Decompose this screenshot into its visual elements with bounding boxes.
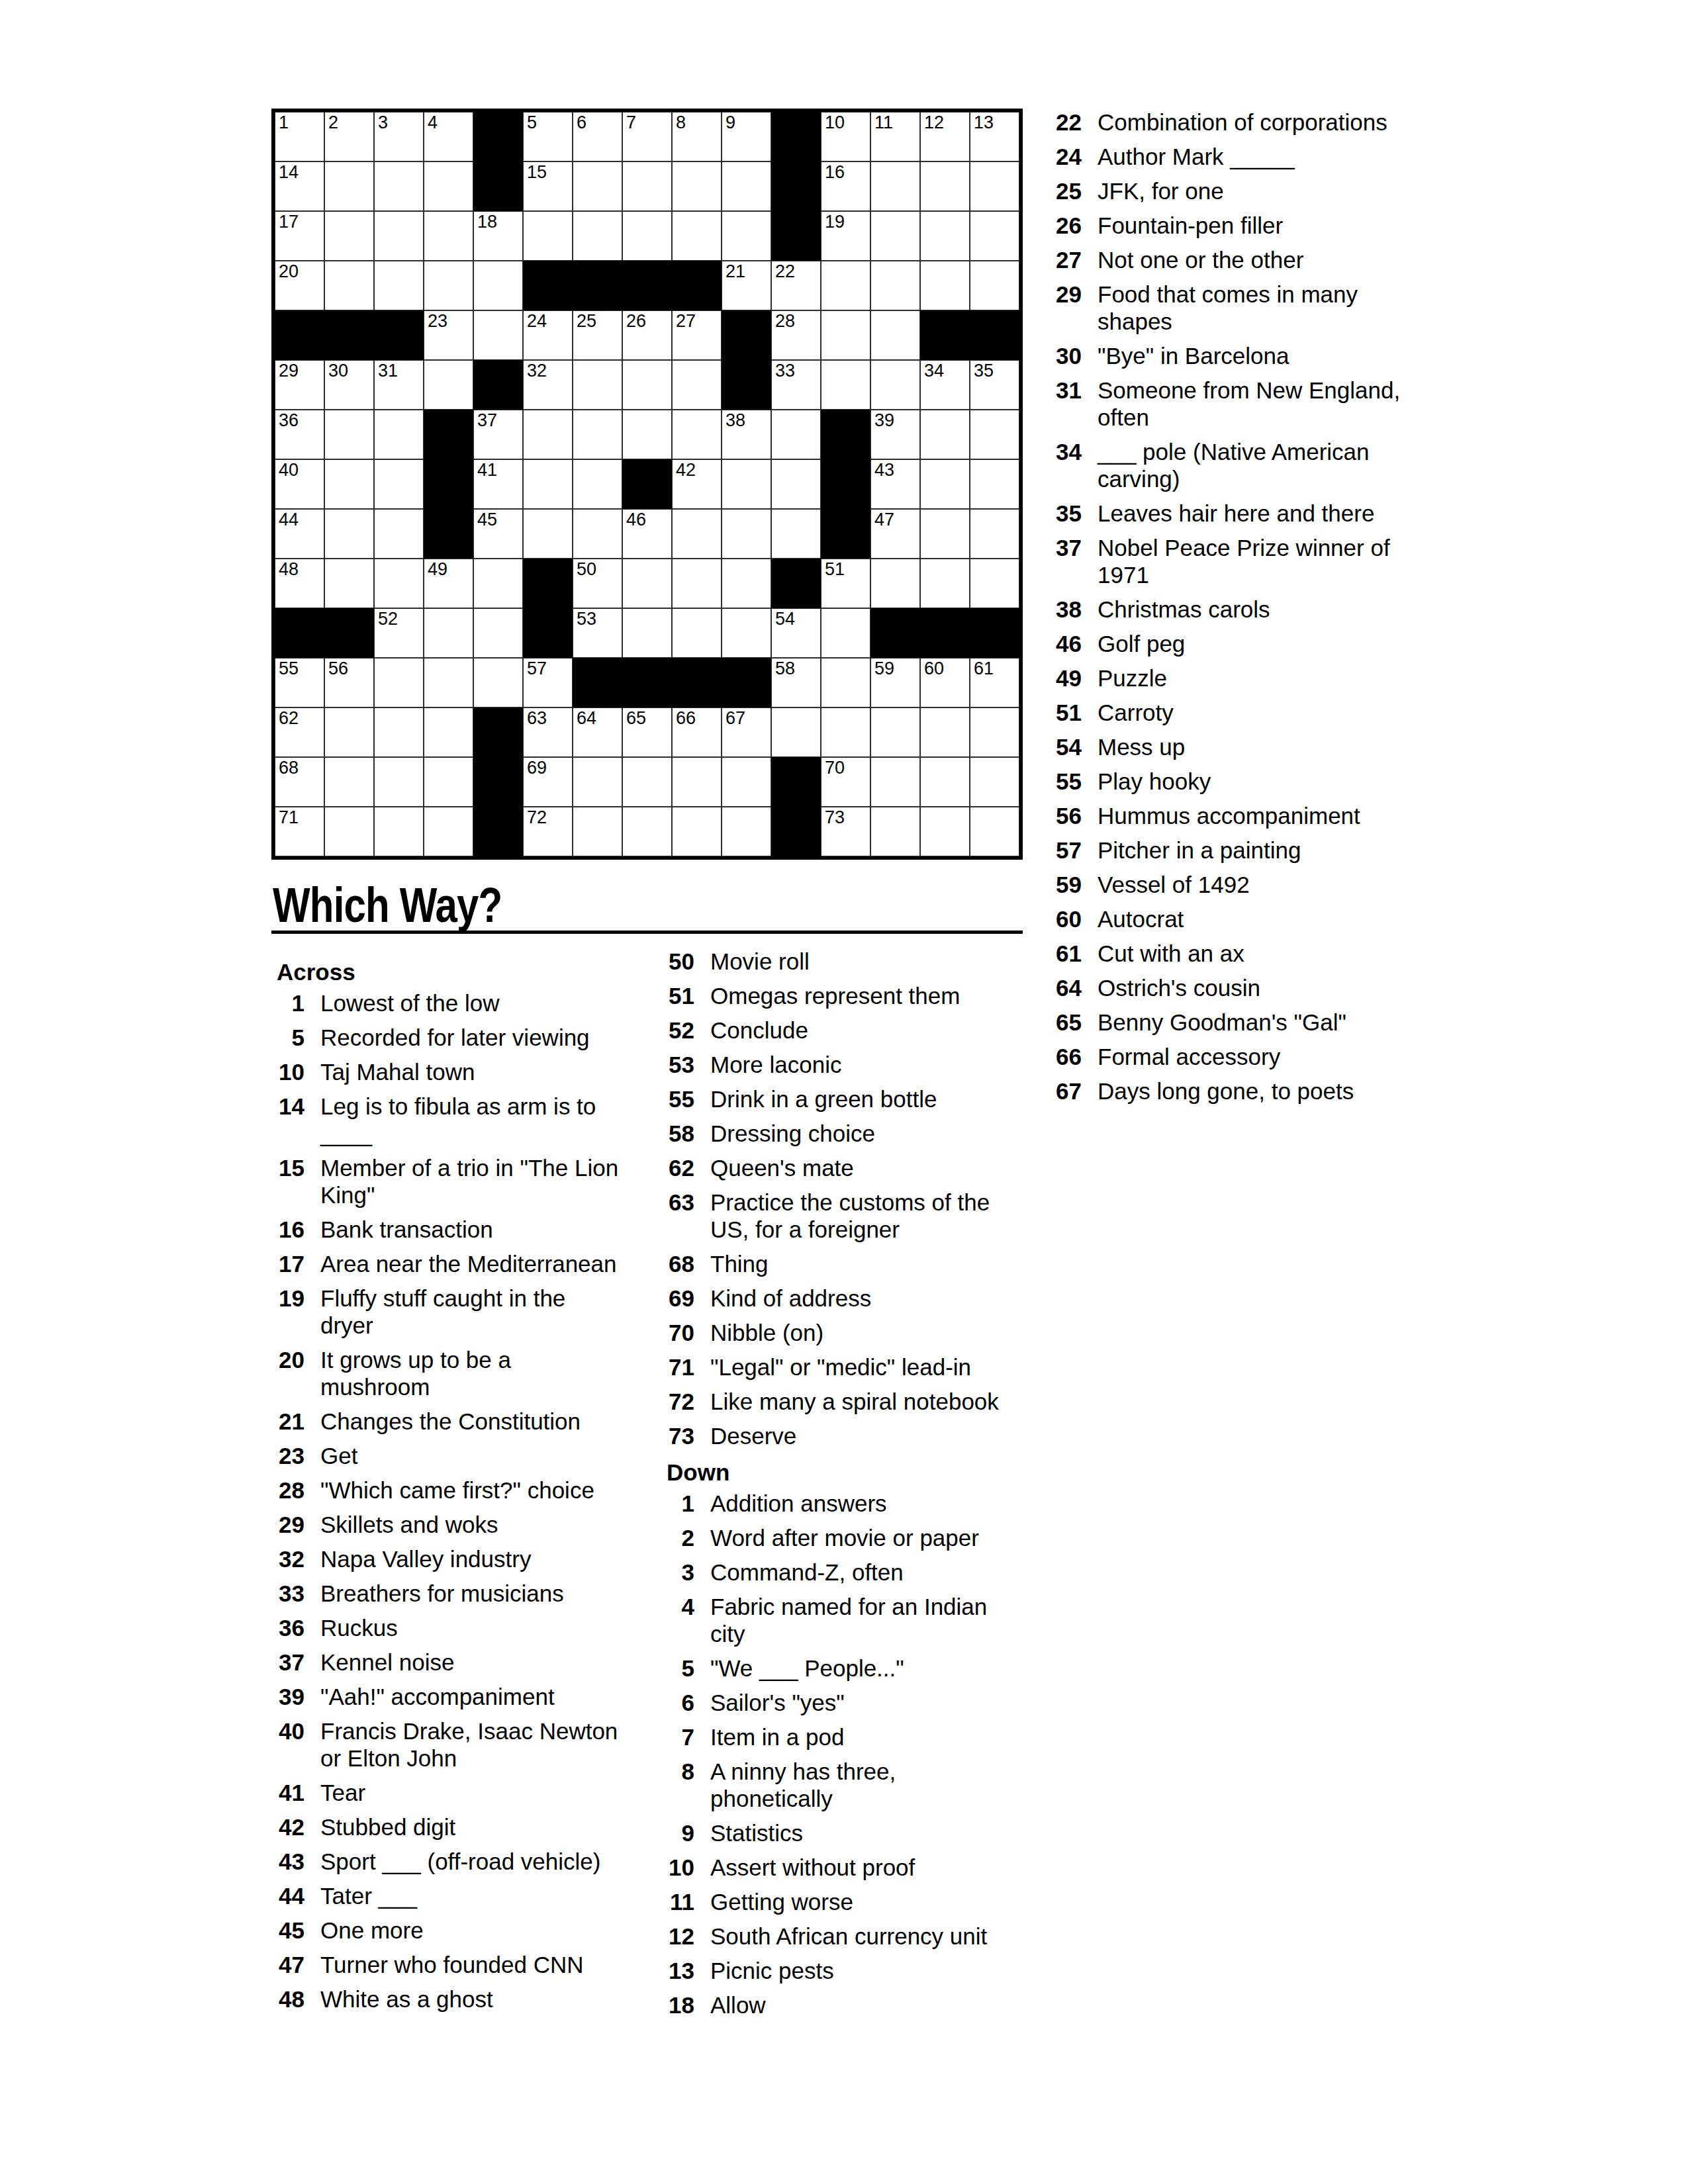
grid-cell-r6c14[interactable]: 34 [920, 360, 970, 410]
clue-text: Drink in a green bottle [710, 1085, 937, 1113]
black-cell-r12c8 [622, 658, 672, 707]
grid-cell-r13c7[interactable]: 64 [573, 707, 622, 757]
cell-number: 39 [874, 412, 894, 430]
grid-cell-r6c2[interactable]: 30 [324, 360, 374, 410]
grid-cell-r3c4[interactable] [424, 211, 473, 261]
clue-text: It grows up to be a mushroom [320, 1346, 511, 1400]
grid-cell-r5c11[interactable]: 28 [771, 310, 821, 360]
grid-cell-r2c7[interactable] [573, 161, 622, 211]
grid-cell-r13c3[interactable] [374, 707, 424, 757]
grid-cell-r13c14[interactable] [920, 707, 970, 757]
clue-across-45: 45One more [271, 1917, 645, 1944]
clue-down-59: 59Vessel of 1492 [1049, 871, 1423, 898]
grid-cell-r14c8[interactable] [622, 757, 672, 807]
clue-number: 64 [1049, 974, 1082, 1001]
grid-cell-r9c5[interactable]: 45 [473, 509, 523, 559]
grid-cell-r2c9[interactable] [672, 161, 722, 211]
clue-down-51: 51Carroty [1049, 699, 1423, 726]
grid-cell-r1c1[interactable]: 1 [275, 112, 324, 161]
grid-cell-r15c12[interactable]: 73 [821, 807, 870, 856]
grid-cell-r13c6[interactable]: 63 [523, 707, 573, 757]
clue-across-48: 48White as a ghost [271, 1985, 645, 2013]
grid-cell-r7c8[interactable] [622, 410, 672, 459]
clue-across-47: 47Turner who founded CNN [271, 1951, 645, 1978]
grid-cell-r13c8[interactable]: 65 [622, 707, 672, 757]
grid-cell-r15c15[interactable] [970, 807, 1019, 856]
grid-cell-r12c3[interactable] [374, 658, 424, 707]
grid-cell-r4c3[interactable] [374, 261, 424, 310]
clue-down-67: 67Days long gone, to poets [1049, 1077, 1423, 1105]
clue-number: 58 [661, 1120, 694, 1147]
grid-cell-r10c9[interactable] [672, 559, 722, 608]
grid-cell-r9c7[interactable] [573, 509, 622, 559]
clue-number: 1 [661, 1490, 694, 1517]
grid-cell-r5c9[interactable]: 27 [672, 310, 722, 360]
grid-cell-r2c2[interactable] [324, 161, 374, 211]
grid-cell-r7c10[interactable]: 38 [722, 410, 771, 459]
grid-cell-r6c1[interactable]: 29 [275, 360, 324, 410]
grid-cell-r15c3[interactable] [374, 807, 424, 856]
clue-down-8: 8A ninny has three, phonetically [661, 1758, 1035, 1812]
clue-down-4: 4Fabric named for an Indian city [661, 1593, 1035, 1647]
grid-cell-r3c12[interactable]: 19 [821, 211, 870, 261]
grid-cell-r2c8[interactable] [622, 161, 672, 211]
clue-number: 52 [661, 1017, 694, 1044]
clue-across-5: 5Recorded for later viewing [271, 1024, 645, 1051]
black-cell-r8c8 [622, 459, 672, 509]
grid-cell-r8c7[interactable] [573, 459, 622, 509]
grid-cell-r14c14[interactable] [920, 757, 970, 807]
grid-cell-r14c7[interactable] [573, 757, 622, 807]
grid-cell-r9c10[interactable] [722, 509, 771, 559]
grid-cell-r3c2[interactable] [324, 211, 374, 261]
clue-text: "Bye" in Barcelona [1098, 342, 1289, 369]
clue-number: 70 [661, 1319, 694, 1346]
cell-number: 53 [577, 610, 596, 628]
grid-cell-r9c2[interactable] [324, 509, 374, 559]
grid-cell-r15c7[interactable] [573, 807, 622, 856]
clue-across-33: 33Breathers for musicians [271, 1580, 645, 1607]
clue-down-38: 38Christmas carols [1049, 596, 1423, 623]
clue-text: Area near the Mediterranean [320, 1250, 617, 1277]
crossword-grid: 1234567891011121314151617181920212223242… [271, 109, 1023, 860]
clue-down-5: 5"We ___ People..." [661, 1655, 1035, 1682]
grid-cell-r7c15[interactable] [970, 410, 1019, 459]
grid-cell-r6c9[interactable] [672, 360, 722, 410]
grid-cell-r10c4[interactable]: 49 [424, 559, 473, 608]
cell-number: 20 [279, 263, 299, 281]
grid-cell-r3c14[interactable] [920, 211, 970, 261]
grid-cell-r14c13[interactable] [870, 757, 920, 807]
grid-cell-r1c10[interactable]: 9 [722, 112, 771, 161]
clue-number: 34 [1049, 438, 1082, 465]
grid-cell-r10c7[interactable]: 50 [573, 559, 622, 608]
clue-number: 65 [1049, 1009, 1082, 1036]
grid-cell-r8c5[interactable]: 41 [473, 459, 523, 509]
clue-text: Assert without proof [710, 1854, 915, 1881]
grid-cell-r10c5[interactable] [473, 559, 523, 608]
grid-cell-r13c1[interactable]: 62 [275, 707, 324, 757]
grid-cell-r14c1[interactable]: 68 [275, 757, 324, 807]
clue-column-middle: 50Movie roll51Omegas represent them52Con… [661, 948, 1035, 2026]
grid-cell-r10c8[interactable] [622, 559, 672, 608]
grid-cell-r10c13[interactable] [870, 559, 920, 608]
cell-number: 43 [874, 461, 894, 479]
clue-number: 6 [661, 1689, 694, 1716]
grid-cell-r15c10[interactable] [722, 807, 771, 856]
grid-cell-r6c13[interactable] [870, 360, 920, 410]
grid-cell-r14c3[interactable] [374, 757, 424, 807]
grid-cell-r12c6[interactable]: 57 [523, 658, 573, 707]
grid-cell-r1c8[interactable]: 7 [622, 112, 672, 161]
clue-number: 46 [1049, 630, 1082, 657]
cell-number: 58 [775, 660, 795, 678]
grid-cell-r2c6[interactable]: 15 [523, 161, 573, 211]
grid-cell-r2c3[interactable] [374, 161, 424, 211]
grid-cell-r12c11[interactable]: 58 [771, 658, 821, 707]
grid-cell-r7c11[interactable] [771, 410, 821, 459]
grid-cell-r3c5[interactable]: 18 [473, 211, 523, 261]
cell-number: 70 [825, 759, 845, 777]
clue-across-17: 17Area near the Mediterranean [271, 1250, 645, 1277]
grid-cell-r1c13[interactable]: 11 [870, 112, 920, 161]
cell-number: 16 [825, 163, 845, 181]
grid-cell-r4c11[interactable]: 22 [771, 261, 821, 310]
clue-text: Someone from New England, often [1098, 377, 1400, 431]
clue-number: 21 [271, 1408, 305, 1435]
grid-cell-r10c15[interactable] [970, 559, 1019, 608]
grid-cell-r9c11[interactable] [771, 509, 821, 559]
grid-cell-r11c11[interactable]: 54 [771, 608, 821, 658]
grid-cell-r13c2[interactable] [324, 707, 374, 757]
grid-cell-r7c3[interactable] [374, 410, 424, 459]
clue-number: 51 [661, 982, 694, 1009]
black-cell-r14c11 [771, 757, 821, 807]
grid-cell-r10c12[interactable]: 51 [821, 559, 870, 608]
grid-cell-r5c5[interactable] [473, 310, 523, 360]
black-cell-r9c4 [424, 509, 473, 559]
grid-cell-r4c14[interactable] [920, 261, 970, 310]
grid-cell-r12c12[interactable] [821, 658, 870, 707]
grid-cell-r3c13[interactable] [870, 211, 920, 261]
grid-cell-r14c12[interactable]: 70 [821, 757, 870, 807]
grid-cell-r9c3[interactable] [374, 509, 424, 559]
cell-number: 4 [428, 114, 438, 132]
clue-across-51: 51Omegas represent them [661, 982, 1035, 1009]
grid-cell-r4c15[interactable] [970, 261, 1019, 310]
grid-cell-r8c2[interactable] [324, 459, 374, 509]
grid-cell-r15c8[interactable] [622, 807, 672, 856]
grid-cell-r4c5[interactable] [473, 261, 523, 310]
grid-cell-r7c6[interactable] [523, 410, 573, 459]
grid-cell-r3c6[interactable] [523, 211, 573, 261]
grid-cell-r4c13[interactable] [870, 261, 920, 310]
grid-cell-r8c10[interactable] [722, 459, 771, 509]
clue-text: A ninny has three, phonetically [710, 1758, 896, 1812]
grid-cell-r2c12[interactable]: 16 [821, 161, 870, 211]
grid-cell-r14c10[interactable] [722, 757, 771, 807]
grid-cell-r12c13[interactable]: 59 [870, 658, 920, 707]
clue-text: Queen's mate [710, 1154, 854, 1181]
grid-cell-r2c10[interactable] [722, 161, 771, 211]
grid-cell-r1c3[interactable]: 3 [374, 112, 424, 161]
grid-cell-r9c13[interactable]: 47 [870, 509, 920, 559]
clue-text: Practice the customs of the US, for a fo… [710, 1189, 990, 1243]
grid-cell-r11c10[interactable] [722, 608, 771, 658]
grid-cell-r5c13[interactable] [870, 310, 920, 360]
grid-cell-r13c10[interactable]: 67 [722, 707, 771, 757]
grid-cell-r7c14[interactable] [920, 410, 970, 459]
clue-down-13: 13Picnic pests [661, 1957, 1035, 1984]
grid-cell-r11c3[interactable]: 52 [374, 608, 424, 658]
grid-cell-r11c4[interactable] [424, 608, 473, 658]
clue-text: Like many a spiral notebook [710, 1388, 999, 1415]
clue-text: Author Mark _____ [1098, 143, 1295, 170]
grid-cell-r1c14[interactable]: 12 [920, 112, 970, 161]
cell-number: 33 [775, 362, 795, 380]
grid-cell-r5c7[interactable]: 25 [573, 310, 622, 360]
grid-cell-r7c9[interactable] [672, 410, 722, 459]
grid-cell-r15c13[interactable] [870, 807, 920, 856]
cell-number: 15 [527, 163, 547, 181]
black-cell-r12c10 [722, 658, 771, 707]
grid-cell-r3c9[interactable] [672, 211, 722, 261]
grid-cell-r8c3[interactable] [374, 459, 424, 509]
clue-down-2: 2Word after movie or paper [661, 1524, 1035, 1551]
grid-cell-r8c6[interactable] [523, 459, 573, 509]
grid-cell-r3c10[interactable] [722, 211, 771, 261]
clue-number: 72 [661, 1388, 694, 1415]
grid-cell-r14c9[interactable] [672, 757, 722, 807]
clue-text: More laconic [710, 1051, 841, 1078]
grid-cell-r7c7[interactable] [573, 410, 622, 459]
grid-cell-r2c4[interactable] [424, 161, 473, 211]
clue-text: Breathers for musicians [320, 1580, 564, 1607]
cell-number: 32 [527, 362, 547, 380]
grid-cell-r1c7[interactable]: 6 [573, 112, 622, 161]
grid-cell-r14c2[interactable] [324, 757, 374, 807]
clue-text: Ostrich's cousin [1098, 974, 1260, 1001]
grid-cell-r5c8[interactable]: 26 [622, 310, 672, 360]
grid-cell-r10c2[interactable] [324, 559, 374, 608]
black-cell-r7c12 [821, 410, 870, 459]
cell-number: 18 [477, 213, 497, 231]
cell-number: 57 [527, 660, 547, 678]
clue-text: Leaves hair here and there [1098, 500, 1374, 527]
cell-number: 69 [527, 759, 547, 777]
grid-cell-r1c2[interactable]: 2 [324, 112, 374, 161]
clue-across-32: 32Napa Valley industry [271, 1545, 645, 1572]
clue-text: Deserve [710, 1422, 796, 1449]
grid-cell-r5c6[interactable]: 24 [523, 310, 573, 360]
clue-down-1: 1Addition answers [661, 1490, 1035, 1517]
grid-cell-r6c8[interactable] [622, 360, 672, 410]
grid-cell-r10c3[interactable] [374, 559, 424, 608]
grid-cell-r4c4[interactable] [424, 261, 473, 310]
grid-cell-r10c1[interactable]: 48 [275, 559, 324, 608]
grid-cell-r6c3[interactable]: 31 [374, 360, 424, 410]
grid-cell-r7c1[interactable]: 36 [275, 410, 324, 459]
grid-cell-r2c13[interactable] [870, 161, 920, 211]
clue-down-55: 55Play hooky [1049, 768, 1423, 795]
grid-cell-r11c12[interactable] [821, 608, 870, 658]
grid-cell-r8c13[interactable]: 43 [870, 459, 920, 509]
grid-cell-r9c15[interactable] [970, 509, 1019, 559]
grid-cell-r5c4[interactable]: 23 [424, 310, 473, 360]
clue-text: Formal accessory [1098, 1043, 1280, 1070]
grid-cell-r15c1[interactable]: 71 [275, 807, 324, 856]
black-cell-r7c4 [424, 410, 473, 459]
cell-number: 12 [924, 114, 944, 132]
black-cell-r5c14 [920, 310, 970, 360]
grid-cell-r13c11[interactable] [771, 707, 821, 757]
grid-cell-r11c9[interactable] [672, 608, 722, 658]
black-cell-r6c5 [473, 360, 523, 410]
grid-cell-r3c1[interactable]: 17 [275, 211, 324, 261]
grid-cell-r3c3[interactable] [374, 211, 424, 261]
grid-cell-r2c1[interactable]: 14 [275, 161, 324, 211]
black-cell-r9c12 [821, 509, 870, 559]
grid-cell-r5c12[interactable] [821, 310, 870, 360]
clue-across-43: 43Sport ___ (off-road vehicle) [271, 1848, 645, 1875]
grid-cell-r13c13[interactable] [870, 707, 920, 757]
clue-number: 61 [1049, 940, 1082, 967]
clue-number: 25 [1049, 177, 1082, 205]
clue-down-34: 34___ pole (Native American carving) [1049, 438, 1423, 492]
grid-cell-r4c1[interactable]: 20 [275, 261, 324, 310]
grid-cell-r4c12[interactable] [821, 261, 870, 310]
black-cell-r11c2 [324, 608, 374, 658]
clue-down-65: 65Benny Goodman's "Gal" [1049, 1009, 1423, 1036]
clue-across-63: 63Practice the customs of the US, for a … [661, 1189, 1035, 1243]
cell-number: 22 [775, 263, 795, 281]
clue-across-44: 44Tater ___ [271, 1882, 645, 1909]
cell-number: 72 [527, 809, 547, 827]
clue-across-52: 52Conclude [661, 1017, 1035, 1044]
clue-number: 26 [1049, 212, 1082, 239]
clue-number: 37 [271, 1649, 305, 1676]
grid-cell-r15c14[interactable] [920, 807, 970, 856]
grid-cell-r12c2[interactable]: 56 [324, 658, 374, 707]
grid-cell-r9c8[interactable]: 46 [622, 509, 672, 559]
grid-cell-r4c2[interactable] [324, 261, 374, 310]
clue-down-7: 7Item in a pod [661, 1723, 1035, 1751]
black-cell-r4c7 [573, 261, 622, 310]
grid-cell-r3c7[interactable] [573, 211, 622, 261]
grid-cell-r12c14[interactable]: 60 [920, 658, 970, 707]
clue-text: Fabric named for an Indian city [710, 1593, 987, 1647]
grid-cell-r2c14[interactable] [920, 161, 970, 211]
grid-cell-r11c5[interactable] [473, 608, 523, 658]
grid-cell-r6c15[interactable]: 35 [970, 360, 1019, 410]
grid-cell-r14c4[interactable] [424, 757, 473, 807]
clue-number: 31 [1049, 377, 1082, 404]
grid-cell-r13c12[interactable] [821, 707, 870, 757]
clue-text: Puzzle [1098, 664, 1167, 692]
grid-cell-r6c4[interactable] [424, 360, 473, 410]
grid-cell-r6c7[interactable] [573, 360, 622, 410]
clue-number: 36 [271, 1614, 305, 1641]
grid-cell-r12c1[interactable]: 55 [275, 658, 324, 707]
clue-down-35: 35Leaves hair here and there [1049, 500, 1423, 527]
grid-cell-r12c15[interactable]: 61 [970, 658, 1019, 707]
grid-cell-r12c4[interactable] [424, 658, 473, 707]
clue-across-10: 10Taj Mahal town [271, 1058, 645, 1085]
grid-cell-r15c2[interactable] [324, 807, 374, 856]
grid-cell-r13c15[interactable] [970, 707, 1019, 757]
cell-number: 3 [378, 114, 388, 132]
grid-cell-r6c11[interactable]: 33 [771, 360, 821, 410]
grid-cell-r3c8[interactable] [622, 211, 672, 261]
grid-cell-r9c1[interactable]: 44 [275, 509, 324, 559]
grid-cell-r13c9[interactable]: 66 [672, 707, 722, 757]
cell-number: 42 [676, 461, 696, 479]
clue-across-62: 62Queen's mate [661, 1154, 1035, 1181]
grid-cell-r13c4[interactable] [424, 707, 473, 757]
grid-cell-r11c8[interactable] [622, 608, 672, 658]
grid-cell-r4c10[interactable]: 21 [722, 261, 771, 310]
clue-across-69: 69Kind of address [661, 1285, 1035, 1312]
grid-cell-r9c9[interactable] [672, 509, 722, 559]
grid-cell-r15c9[interactable] [672, 807, 722, 856]
cell-number: 27 [676, 312, 696, 330]
grid-cell-r7c5[interactable]: 37 [473, 410, 523, 459]
clue-number: 56 [1049, 802, 1082, 829]
grid-cell-r10c10[interactable] [722, 559, 771, 608]
grid-cell-r6c6[interactable]: 32 [523, 360, 573, 410]
grid-cell-r9c14[interactable] [920, 509, 970, 559]
grid-cell-r7c13[interactable]: 39 [870, 410, 920, 459]
clue-down-29: 29Food that comes in many shapes [1049, 281, 1423, 335]
grid-cell-r14c6[interactable]: 69 [523, 757, 573, 807]
grid-cell-r15c6[interactable]: 72 [523, 807, 573, 856]
grid-cell-r8c9[interactable]: 42 [672, 459, 722, 509]
grid-cell-r14c15[interactable] [970, 757, 1019, 807]
grid-cell-r1c4[interactable]: 4 [424, 112, 473, 161]
grid-cell-r8c1[interactable]: 40 [275, 459, 324, 509]
cell-number: 8 [676, 114, 686, 132]
clue-across-50: 50Movie roll [661, 948, 1035, 975]
grid-cell-r3c15[interactable] [970, 211, 1019, 261]
black-cell-r12c7 [573, 658, 622, 707]
clue-number: 69 [661, 1285, 694, 1312]
grid-cell-r1c15[interactable]: 13 [970, 112, 1019, 161]
cell-number: 2 [328, 114, 338, 132]
grid-cell-r10c14[interactable] [920, 559, 970, 608]
clue-across-36: 36Ruckus [271, 1614, 645, 1641]
clue-number: 43 [271, 1848, 305, 1875]
grid-cell-r8c11[interactable] [771, 459, 821, 509]
grid-cell-r9c6[interactable] [523, 509, 573, 559]
grid-cell-r12c5[interactable] [473, 658, 523, 707]
grid-cell-r8c14[interactable] [920, 459, 970, 509]
grid-cell-r1c9[interactable]: 8 [672, 112, 722, 161]
clue-text: Item in a pod [710, 1723, 844, 1751]
grid-cell-r1c6[interactable]: 5 [523, 112, 573, 161]
cell-number: 61 [974, 660, 994, 678]
cell-number: 38 [726, 412, 745, 430]
clue-number: 51 [1049, 699, 1082, 726]
cell-number: 59 [874, 660, 894, 678]
clue-number: 9 [661, 1819, 694, 1846]
grid-cell-r11c7[interactable]: 53 [573, 608, 622, 658]
grid-cell-r6c12[interactable] [821, 360, 870, 410]
grid-cell-r8c15[interactable] [970, 459, 1019, 509]
grid-cell-r1c12[interactable]: 10 [821, 112, 870, 161]
grid-cell-r2c15[interactable] [970, 161, 1019, 211]
grid-cell-r15c4[interactable] [424, 807, 473, 856]
grid-cell-r7c2[interactable] [324, 410, 374, 459]
